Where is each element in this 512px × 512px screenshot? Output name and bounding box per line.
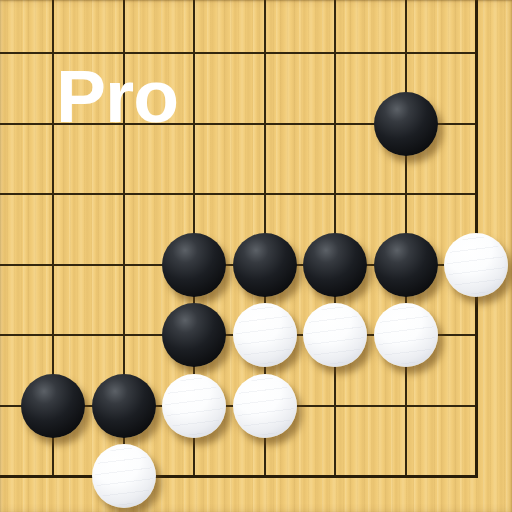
black-stone [374,92,438,156]
intersection [370,370,441,441]
intersection [229,441,300,512]
pro-badge: Pro [56,59,178,134]
intersection [159,159,230,230]
white-stone [444,233,508,297]
intersection [370,88,441,159]
intersection [18,229,89,300]
intersection [370,159,441,230]
intersection [18,370,89,441]
black-stone [233,233,297,297]
white-stone [92,444,156,508]
intersection [159,229,230,300]
white-stone [233,303,297,367]
intersection [370,300,441,371]
black-stone [162,233,226,297]
intersection [300,300,371,371]
go-board: Pro [0,0,512,512]
intersection [370,229,441,300]
intersection [300,88,371,159]
intersection [159,441,230,512]
white-stone [233,374,297,438]
intersection [18,441,89,512]
intersection [300,229,371,300]
intersection [300,18,371,89]
intersection [229,370,300,441]
black-stone [92,374,156,438]
white-stone [162,374,226,438]
white-stone [374,303,438,367]
intersection [88,300,159,371]
intersection [370,18,441,89]
intersection [441,370,512,441]
intersection [159,370,230,441]
intersection [18,300,89,371]
intersection [229,300,300,371]
intersection [159,300,230,371]
intersection [229,88,300,159]
go-app-icon[interactable]: Pro [0,0,512,512]
black-stone [374,233,438,297]
intersection [370,441,441,512]
intersection [229,159,300,230]
intersection [88,370,159,441]
intersection [300,159,371,230]
intersection [18,159,89,230]
intersection [441,18,512,89]
intersection [88,229,159,300]
intersection [229,229,300,300]
intersection [300,441,371,512]
white-stone [303,303,367,367]
intersection [300,370,371,441]
intersection [229,18,300,89]
intersection [441,88,512,159]
black-stone [162,303,226,367]
black-stone [303,233,367,297]
intersection [441,441,512,512]
intersection [88,441,159,512]
intersection [441,300,512,371]
intersection [441,159,512,230]
intersection [88,159,159,230]
intersection [441,229,512,300]
black-stone [21,374,85,438]
